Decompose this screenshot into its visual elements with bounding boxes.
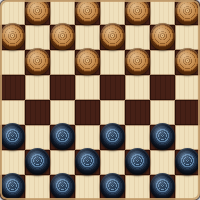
- navy-piece[interactable]: [125, 148, 150, 175]
- navy-piece[interactable]: [25, 148, 50, 175]
- board-square[interactable]: [150, 175, 175, 200]
- board-square: [100, 150, 125, 175]
- board-square: [100, 50, 125, 75]
- tan-piece[interactable]: [0, 23, 25, 50]
- board-square: [50, 0, 75, 25]
- board-square[interactable]: [125, 0, 150, 25]
- board-square[interactable]: [0, 125, 25, 150]
- board-square: [0, 50, 25, 75]
- board-square: [125, 175, 150, 200]
- board-square: [50, 50, 75, 75]
- board-square[interactable]: [125, 100, 150, 125]
- board-square: [0, 150, 25, 175]
- navy-piece[interactable]: [175, 148, 200, 175]
- board-square: [150, 50, 175, 75]
- tan-piece[interactable]: [125, 48, 150, 75]
- board-square: [175, 25, 200, 50]
- board-square[interactable]: [0, 25, 25, 50]
- board-square: [0, 0, 25, 25]
- board-square: [100, 0, 125, 25]
- navy-piece[interactable]: [0, 173, 25, 200]
- board-square: [175, 125, 200, 150]
- board-square[interactable]: [25, 50, 50, 75]
- checkers-board-grid: [0, 0, 200, 200]
- board-square: [50, 100, 75, 125]
- board-square: [25, 25, 50, 50]
- board-square[interactable]: [50, 125, 75, 150]
- board-square[interactable]: [150, 125, 175, 150]
- board-square[interactable]: [150, 25, 175, 50]
- tan-piece[interactable]: [175, 48, 200, 75]
- board-square: [50, 150, 75, 175]
- board-square[interactable]: [50, 25, 75, 50]
- board-square[interactable]: [75, 100, 100, 125]
- tan-piece[interactable]: [25, 0, 50, 25]
- navy-piece[interactable]: [150, 123, 175, 150]
- board-square: [100, 100, 125, 125]
- navy-piece[interactable]: [150, 173, 175, 200]
- board-square[interactable]: [25, 0, 50, 25]
- board-square[interactable]: [75, 150, 100, 175]
- board-square[interactable]: [100, 125, 125, 150]
- navy-piece[interactable]: [50, 123, 75, 150]
- board-square: [125, 125, 150, 150]
- board-square[interactable]: [175, 100, 200, 125]
- board-square[interactable]: [75, 50, 100, 75]
- tan-piece[interactable]: [50, 23, 75, 50]
- board-square[interactable]: [0, 175, 25, 200]
- board-square[interactable]: [175, 50, 200, 75]
- board-square: [25, 75, 50, 100]
- board-square: [75, 125, 100, 150]
- tan-piece[interactable]: [125, 0, 150, 25]
- tan-piece[interactable]: [100, 23, 125, 50]
- board-square: [25, 125, 50, 150]
- board-square[interactable]: [100, 175, 125, 200]
- board-square[interactable]: [175, 0, 200, 25]
- navy-piece[interactable]: [50, 173, 75, 200]
- board-square: [175, 175, 200, 200]
- board-square[interactable]: [75, 0, 100, 25]
- board-square[interactable]: [25, 100, 50, 125]
- navy-piece[interactable]: [75, 148, 100, 175]
- board-square: [75, 175, 100, 200]
- tan-piece[interactable]: [25, 48, 50, 75]
- checkers-board: [0, 0, 200, 200]
- board-square[interactable]: [100, 75, 125, 100]
- board-square[interactable]: [150, 75, 175, 100]
- board-square[interactable]: [50, 175, 75, 200]
- board-square: [25, 175, 50, 200]
- tan-piece[interactable]: [150, 23, 175, 50]
- tan-piece[interactable]: [75, 48, 100, 75]
- board-square: [125, 25, 150, 50]
- navy-piece[interactable]: [100, 123, 125, 150]
- board-square: [75, 25, 100, 50]
- board-square: [150, 100, 175, 125]
- board-square[interactable]: [175, 150, 200, 175]
- board-square[interactable]: [50, 75, 75, 100]
- board-square[interactable]: [100, 25, 125, 50]
- navy-piece[interactable]: [100, 173, 125, 200]
- tan-piece[interactable]: [175, 0, 200, 25]
- tan-piece[interactable]: [75, 0, 100, 25]
- board-square: [0, 100, 25, 125]
- board-square[interactable]: [25, 150, 50, 175]
- board-square: [150, 0, 175, 25]
- board-square[interactable]: [0, 75, 25, 100]
- board-square: [150, 150, 175, 175]
- board-square[interactable]: [125, 50, 150, 75]
- board-square: [175, 75, 200, 100]
- navy-piece[interactable]: [0, 123, 25, 150]
- board-square: [125, 75, 150, 100]
- board-square: [75, 75, 100, 100]
- board-square[interactable]: [125, 150, 150, 175]
